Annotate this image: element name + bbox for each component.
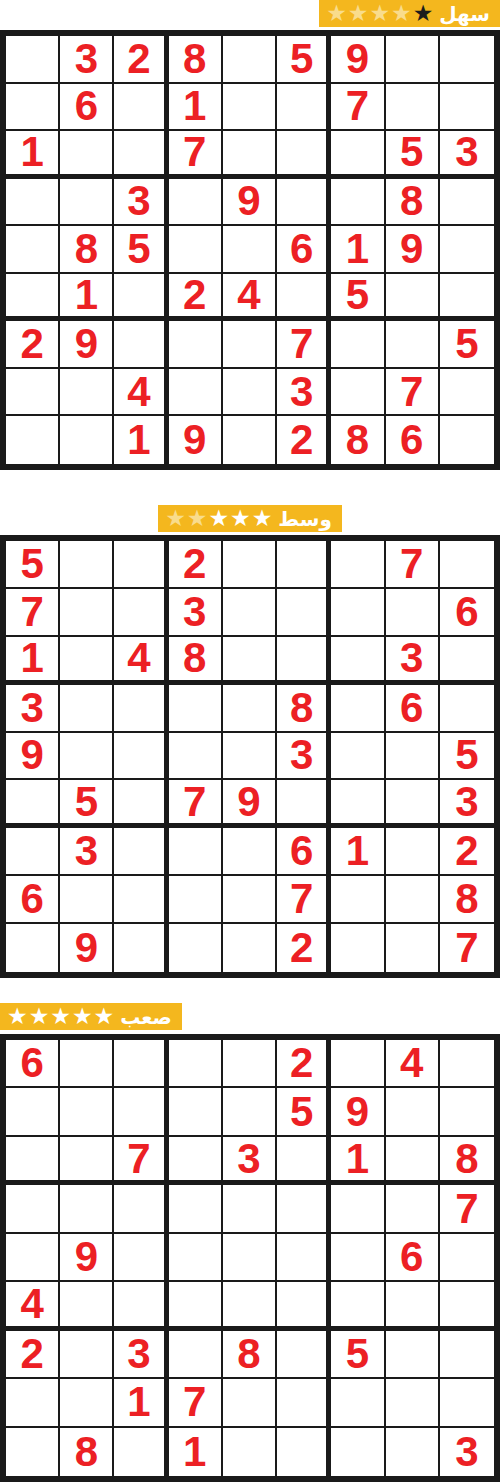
sudoku-cell-r1c2[interactable]: 3: [60, 36, 114, 84]
sudoku-cell-r2c6[interactable]: 5: [277, 1088, 331, 1136]
sudoku-cell-r5c7[interactable]: 1: [331, 226, 385, 274]
star-icon: ★: [187, 507, 208, 530]
sudoku-cell-r3c3[interactable]: 7: [114, 1137, 168, 1185]
sudoku-cell-r5c2[interactable]: 8: [60, 226, 114, 274]
sudoku-cell-r9c2[interactable]: 9: [60, 924, 114, 972]
sudoku-cell-r4c9[interactable]: 7: [440, 1185, 494, 1233]
sudoku-cell-r8c7[interactable]: [331, 369, 385, 417]
puzzle-easy: ★★★★★ سهل 328596171753398856191245297543…: [0, 0, 500, 470]
sudoku-cell-r8c5[interactable]: [223, 1379, 277, 1427]
sudoku-cell-r3c8[interactable]: [386, 1137, 440, 1185]
sudoku-cell-r5c4[interactable]: [169, 226, 223, 274]
star-icon: ★: [7, 1005, 28, 1028]
sudoku-cell-r1c5[interactable]: [223, 36, 277, 84]
star-icon: ★: [165, 507, 186, 530]
difficulty-banner-hard: ★★★★★ صعب: [0, 1003, 182, 1030]
sudoku-cell-r5c4[interactable]: [169, 1234, 223, 1282]
sudoku-cell-r8c3[interactable]: [114, 876, 168, 924]
sudoku-cell-r5c1[interactable]: [6, 226, 60, 274]
sudoku-cell-r7c9[interactable]: 2: [440, 828, 494, 876]
sudoku-cell-r9c7[interactable]: [331, 924, 385, 972]
sudoku-cell-r3c6[interactable]: [277, 1137, 331, 1185]
sudoku-cell-r3c8[interactable]: 5: [386, 131, 440, 179]
sudoku-cell-r2c5[interactable]: [223, 84, 277, 132]
difficulty-label-easy: سهل: [439, 4, 490, 24]
sudoku-cell-r2c7[interactable]: 7: [331, 84, 385, 132]
sudoku-cell-r9c2[interactable]: 8: [60, 1428, 114, 1476]
sudoku-cell-r3c4[interactable]: [169, 1137, 223, 1185]
sudoku-cell-r8c8[interactable]: 7: [386, 369, 440, 417]
sudoku-cell-r3c5[interactable]: 3: [223, 1137, 277, 1185]
sudoku-cell-r6c1[interactable]: [6, 274, 60, 322]
sudoku-cell-r6c3[interactable]: [114, 780, 168, 828]
sudoku-cell-r7c1[interactable]: 2: [6, 321, 60, 369]
sudoku-cell-r4c6[interactable]: 8: [277, 685, 331, 733]
sudoku-cell-r7c4[interactable]: [169, 828, 223, 876]
difficulty-label-medium: وسط: [278, 509, 332, 529]
sudoku-cell-r2c2[interactable]: 6: [60, 84, 114, 132]
star-rating-easy: ★★★★★: [326, 2, 433, 25]
sudoku-cell-r4c9[interactable]: [440, 179, 494, 227]
sudoku-cell-r8c7[interactable]: [331, 1379, 385, 1427]
sudoku-cell-r5c9[interactable]: 5: [440, 733, 494, 781]
sudoku-cell-r4c4[interactable]: [169, 179, 223, 227]
sudoku-cell-r3c5[interactable]: [223, 131, 277, 179]
sudoku-cell-r7c6[interactable]: [277, 1331, 331, 1379]
sudoku-cell-r2c8[interactable]: [386, 84, 440, 132]
sudoku-cell-r4c7[interactable]: [331, 1185, 385, 1233]
star-icon: ★: [369, 2, 390, 25]
sudoku-cell-r1c9[interactable]: [440, 36, 494, 84]
sudoku-cell-r3c5[interactable]: [223, 637, 277, 685]
sudoku-cell-r4c7[interactable]: [331, 179, 385, 227]
sudoku-cell-r6c6[interactable]: [277, 274, 331, 322]
sudoku-cell-r3c2[interactable]: [60, 1137, 114, 1185]
sudoku-cell-r6c8[interactable]: [386, 1282, 440, 1330]
sudoku-cell-r5c2[interactable]: [60, 733, 114, 781]
sudoku-cell-r9c1[interactable]: [6, 416, 60, 464]
sudoku-cell-r5c7[interactable]: [331, 733, 385, 781]
sudoku-cell-r8c9[interactable]: [440, 1379, 494, 1427]
sudoku-cell-r9c6[interactable]: [277, 1428, 331, 1476]
sudoku-cell-r9c4[interactable]: 9: [169, 416, 223, 464]
sudoku-cell-r5c3[interactable]: [114, 733, 168, 781]
sudoku-cell-r4c5[interactable]: [223, 1185, 277, 1233]
sudoku-cell-r9c9[interactable]: 7: [440, 924, 494, 972]
sudoku-cell-r3c2[interactable]: [60, 637, 114, 685]
sudoku-cell-r1c7[interactable]: [331, 541, 385, 589]
sudoku-cell-r4c8[interactable]: 8: [386, 179, 440, 227]
sudoku-cell-r1c1[interactable]: [6, 36, 60, 84]
sudoku-cell-r5c8[interactable]: [386, 733, 440, 781]
sudoku-cell-r4c2[interactable]: [60, 685, 114, 733]
sudoku-cell-r4c1[interactable]: [6, 179, 60, 227]
sudoku-cell-r6c9[interactable]: [440, 274, 494, 322]
sudoku-cell-r6c5[interactable]: 4: [223, 274, 277, 322]
sudoku-cell-r9c3[interactable]: 1: [114, 416, 168, 464]
sudoku-cell-r6c7[interactable]: 5: [331, 274, 385, 322]
sudoku-cell-r8c4[interactable]: [169, 369, 223, 417]
sudoku-cell-r8c2[interactable]: [60, 369, 114, 417]
sudoku-cell-r8c1[interactable]: [6, 1379, 60, 1427]
sudoku-cell-r8c5[interactable]: [223, 876, 277, 924]
sudoku-cell-r1c2[interactable]: [60, 1040, 114, 1088]
sudoku-cell-r8c1[interactable]: [6, 369, 60, 417]
sudoku-cell-r6c4[interactable]: 2: [169, 274, 223, 322]
sudoku-cell-r1c7[interactable]: 9: [331, 36, 385, 84]
star-icon: ★: [94, 1005, 115, 1028]
sudoku-cell-r6c2[interactable]: [60, 1282, 114, 1330]
sudoku-cell-r5c5[interactable]: [223, 733, 277, 781]
sudoku-cell-r3c3[interactable]: [114, 131, 168, 179]
sudoku-cell-r7c7[interactable]: 5: [331, 1331, 385, 1379]
sudoku-cell-r1c8[interactable]: 4: [386, 1040, 440, 1088]
sudoku-cell-r5c6[interactable]: 3: [277, 733, 331, 781]
sudoku-cell-r6c2[interactable]: 1: [60, 274, 114, 322]
sudoku-cell-r3c6[interactable]: [277, 637, 331, 685]
star-icon: ★: [348, 2, 369, 25]
sudoku-cell-r1c3[interactable]: [114, 1040, 168, 1088]
sudoku-cell-r7c2[interactable]: 3: [60, 828, 114, 876]
sudoku-cell-r2c9[interactable]: 6: [440, 589, 494, 637]
sudoku-cell-r8c2[interactable]: [60, 1379, 114, 1427]
sudoku-cell-r7c8[interactable]: [386, 1331, 440, 1379]
sudoku-cell-r6c7[interactable]: [331, 780, 385, 828]
sudoku-cell-r9c1[interactable]: [6, 1428, 60, 1476]
difficulty-label-hard: صعب: [120, 1007, 172, 1027]
sudoku-cell-r2c8[interactable]: [386, 589, 440, 637]
sudoku-cell-r1c1[interactable]: 5: [6, 541, 60, 589]
sudoku-cell-r7c4[interactable]: [169, 321, 223, 369]
sudoku-cell-r6c6[interactable]: [277, 780, 331, 828]
sudoku-cell-r2c3[interactable]: [114, 589, 168, 637]
sudoku-cell-r5c9[interactable]: [440, 226, 494, 274]
sudoku-cell-r5c2[interactable]: 9: [60, 1234, 114, 1282]
sudoku-cell-r1c1[interactable]: 6: [6, 1040, 60, 1088]
sudoku-cell-r4c6[interactable]: [277, 179, 331, 227]
sudoku-cell-r7c3[interactable]: [114, 321, 168, 369]
sudoku-cell-r4c8[interactable]: 6: [386, 685, 440, 733]
sudoku-cell-r9c8[interactable]: [386, 1428, 440, 1476]
sudoku-cell-r3c2[interactable]: [60, 131, 114, 179]
sudoku-cell-r6c3[interactable]: [114, 1282, 168, 1330]
sudoku-cell-r6c1[interactable]: 4: [6, 1282, 60, 1330]
sudoku-cell-r5c3[interactable]: 5: [114, 226, 168, 274]
sudoku-cell-r8c6[interactable]: [277, 1379, 331, 1427]
sudoku-cell-r9c9[interactable]: 3: [440, 1428, 494, 1476]
sudoku-cell-r4c1[interactable]: 3: [6, 685, 60, 733]
star-icon: ★: [230, 507, 251, 530]
sudoku-cell-r5c9[interactable]: [440, 1234, 494, 1282]
sudoku-cell-r1c5[interactable]: [223, 1040, 277, 1088]
sudoku-cell-r5c7[interactable]: [331, 1234, 385, 1282]
sudoku-cell-r7c8[interactable]: [386, 828, 440, 876]
sudoku-cell-r2c9[interactable]: [440, 84, 494, 132]
sudoku-cell-r5c5[interactable]: [223, 226, 277, 274]
puzzle-medium: ★★★★★ وسط 527736148338693557933612678927: [0, 505, 500, 978]
sudoku-cell-r6c4[interactable]: [169, 1282, 223, 1330]
sudoku-cell-r4c4[interactable]: [169, 1185, 223, 1233]
star-icon: ★: [413, 2, 434, 25]
sudoku-cell-r2c1[interactable]: 7: [6, 589, 60, 637]
sudoku-cell-r2c1[interactable]: [6, 1088, 60, 1136]
sudoku-cell-r5c6[interactable]: [277, 1234, 331, 1282]
sudoku-cell-r5c3[interactable]: [114, 1234, 168, 1282]
sudoku-cell-r6c8[interactable]: [386, 780, 440, 828]
sudoku-cell-r4c3[interactable]: 3: [114, 179, 168, 227]
star-icon: ★: [50, 1005, 71, 1028]
star-rating-hard: ★★★★★: [7, 1005, 114, 1028]
sudoku-cell-r8c4[interactable]: [169, 876, 223, 924]
sudoku-cell-r1c6[interactable]: [277, 541, 331, 589]
sudoku-cell-r7c9[interactable]: [440, 1331, 494, 1379]
sudoku-cell-r6c7[interactable]: [331, 1282, 385, 1330]
sudoku-cell-r8c6[interactable]: 3: [277, 369, 331, 417]
sudoku-cell-r3c1[interactable]: 1: [6, 637, 60, 685]
sudoku-cell-r8c4[interactable]: 7: [169, 1379, 223, 1427]
sudoku-cell-r5c4[interactable]: [169, 733, 223, 781]
sudoku-cell-r7c7[interactable]: 1: [331, 828, 385, 876]
sudoku-cell-r9c3[interactable]: [114, 924, 168, 972]
sudoku-cell-r2c3[interactable]: [114, 1088, 168, 1136]
sudoku-cell-r4c4[interactable]: [169, 685, 223, 733]
sudoku-cell-r7c8[interactable]: [386, 321, 440, 369]
sudoku-cell-r2c4[interactable]: 3: [169, 589, 223, 637]
sudoku-cell-r3c6[interactable]: [277, 131, 331, 179]
sudoku-cell-r9c5[interactable]: [223, 416, 277, 464]
sudoku-cell-r2c3[interactable]: [114, 84, 168, 132]
star-icon: ★: [208, 507, 229, 530]
sudoku-cell-r7c5[interactable]: 8: [223, 1331, 277, 1379]
sudoku-cell-r3c4[interactable]: 8: [169, 637, 223, 685]
sudoku-cell-r6c3[interactable]: [114, 274, 168, 322]
sudoku-cell-r9c2[interactable]: [60, 416, 114, 464]
sudoku-cell-r5c6[interactable]: 6: [277, 226, 331, 274]
sudoku-cell-r3c8[interactable]: 3: [386, 637, 440, 685]
sudoku-cell-r2c4[interactable]: 1: [169, 84, 223, 132]
sudoku-cell-r9c5[interactable]: [223, 1428, 277, 1476]
sudoku-cell-r1c8[interactable]: [386, 36, 440, 84]
sudoku-cell-r7c7[interactable]: [331, 321, 385, 369]
sudoku-board-easy: 328596171753398856191245297543719286: [0, 30, 500, 470]
sudoku-cell-r8c2[interactable]: [60, 876, 114, 924]
sudoku-cell-r6c4[interactable]: 7: [169, 780, 223, 828]
sudoku-cell-r3c7[interactable]: 1: [331, 1137, 385, 1185]
sudoku-cell-r6c8[interactable]: [386, 274, 440, 322]
star-icon: ★: [252, 507, 273, 530]
sudoku-cell-r2c6[interactable]: [277, 589, 331, 637]
banner-row-medium: ★★★★★ وسط: [0, 505, 500, 532]
sudoku-cell-r4c2[interactable]: [60, 179, 114, 227]
sudoku-cell-r7c9[interactable]: 5: [440, 321, 494, 369]
sudoku-cell-r2c2[interactable]: [60, 589, 114, 637]
sudoku-cell-r1c4[interactable]: 8: [169, 36, 223, 84]
star-rating-medium: ★★★★★: [165, 507, 272, 530]
sudoku-cell-r3c4[interactable]: 7: [169, 131, 223, 179]
sudoku-cell-r3c9[interactable]: [440, 637, 494, 685]
sudoku-cell-r2c5[interactable]: [223, 1088, 277, 1136]
sudoku-cell-r4c5[interactable]: [223, 685, 277, 733]
sudoku-cell-r3c9[interactable]: 8: [440, 1137, 494, 1185]
sudoku-cell-r2c7[interactable]: [331, 589, 385, 637]
sudoku-cell-r4c2[interactable]: [60, 1185, 114, 1233]
sudoku-cell-r4c3[interactable]: [114, 685, 168, 733]
sudoku-board-medium: 527736148338693557933612678927: [0, 535, 500, 978]
sudoku-cell-r7c2[interactable]: [60, 1331, 114, 1379]
sudoku-cell-r1c3[interactable]: [114, 541, 168, 589]
banner-row-easy: ★★★★★ سهل: [0, 0, 500, 27]
sudoku-cell-r4c5[interactable]: 9: [223, 179, 277, 227]
sudoku-cell-r2c4[interactable]: [169, 1088, 223, 1136]
difficulty-banner-easy: ★★★★★ سهل: [319, 0, 500, 27]
sudoku-cell-r8c9[interactable]: [440, 369, 494, 417]
difficulty-banner-medium: ★★★★★ وسط: [158, 505, 342, 532]
sudoku-cell-r8c3[interactable]: 1: [114, 1379, 168, 1427]
sudoku-cell-r2c8[interactable]: [386, 1088, 440, 1136]
star-icon: ★: [72, 1005, 93, 1028]
sudoku-cell-r6c5[interactable]: 9: [223, 780, 277, 828]
sudoku-cell-r5c8[interactable]: 9: [386, 226, 440, 274]
star-icon: ★: [326, 2, 347, 25]
sudoku-cell-r4c7[interactable]: [331, 685, 385, 733]
sudoku-cell-r6c9[interactable]: 3: [440, 780, 494, 828]
sudoku-cell-r9c6[interactable]: 2: [277, 924, 331, 972]
sudoku-cell-r5c8[interactable]: 6: [386, 1234, 440, 1282]
sudoku-cell-r3c7[interactable]: [331, 131, 385, 179]
sudoku-cell-r1c9[interactable]: [440, 1040, 494, 1088]
sudoku-cell-r7c3[interactable]: 3: [114, 1331, 168, 1379]
banner-row-hard: ★★★★★ صعب: [0, 1003, 500, 1030]
sudoku-cell-r6c1[interactable]: [6, 780, 60, 828]
sudoku-cell-r1c2[interactable]: [60, 541, 114, 589]
sudoku-cell-r8c8[interactable]: [386, 1379, 440, 1427]
sudoku-sheet: ★★★★★ سهل 328596171753398856191245297543…: [0, 0, 500, 1482]
sudoku-cell-r5c5[interactable]: [223, 1234, 277, 1282]
sudoku-cell-r7c3[interactable]: [114, 828, 168, 876]
sudoku-board-hard: 6245973187964238517813: [0, 1034, 500, 1482]
sudoku-cell-r7c5[interactable]: [223, 828, 277, 876]
sudoku-cell-r8c8[interactable]: [386, 876, 440, 924]
sudoku-cell-r7c1[interactable]: [6, 828, 60, 876]
sudoku-cell-r2c7[interactable]: 9: [331, 1088, 385, 1136]
sudoku-cell-r3c1[interactable]: [6, 1137, 60, 1185]
sudoku-cell-r5c1[interactable]: [6, 1234, 60, 1282]
star-icon: ★: [29, 1005, 50, 1028]
sudoku-cell-r1c6[interactable]: 2: [277, 1040, 331, 1088]
sudoku-cell-r9c7[interactable]: 8: [331, 416, 385, 464]
sudoku-cell-r9c4[interactable]: 1: [169, 1428, 223, 1476]
sudoku-cell-r8c1[interactable]: 6: [6, 876, 60, 924]
sudoku-cell-r9c5[interactable]: [223, 924, 277, 972]
sudoku-cell-r2c2[interactable]: [60, 1088, 114, 1136]
sudoku-cell-r9c7[interactable]: [331, 1428, 385, 1476]
sudoku-cell-r4c3[interactable]: [114, 1185, 168, 1233]
sudoku-cell-r9c6[interactable]: 2: [277, 416, 331, 464]
sudoku-cell-r4c9[interactable]: [440, 685, 494, 733]
sudoku-cell-r9c8[interactable]: 6: [386, 416, 440, 464]
sudoku-cell-r9c1[interactable]: [6, 924, 60, 972]
sudoku-cell-r1c9[interactable]: [440, 541, 494, 589]
sudoku-cell-r3c1[interactable]: 1: [6, 131, 60, 179]
sudoku-cell-r3c3[interactable]: 4: [114, 637, 168, 685]
sudoku-cell-r6c9[interactable]: [440, 1282, 494, 1330]
sudoku-cell-r1c4[interactable]: 2: [169, 541, 223, 589]
sudoku-cell-r3c7[interactable]: [331, 637, 385, 685]
sudoku-cell-r8c7[interactable]: [331, 876, 385, 924]
sudoku-cell-r4c6[interactable]: [277, 1185, 331, 1233]
sudoku-cell-r1c6[interactable]: 5: [277, 36, 331, 84]
sudoku-cell-r8c6[interactable]: 7: [277, 876, 331, 924]
star-icon: ★: [391, 2, 412, 25]
sudoku-cell-r9c8[interactable]: [386, 924, 440, 972]
sudoku-cell-r7c4[interactable]: [169, 1331, 223, 1379]
sudoku-cell-r1c5[interactable]: [223, 541, 277, 589]
sudoku-cell-r7c5[interactable]: [223, 321, 277, 369]
sudoku-cell-r4c8[interactable]: [386, 1185, 440, 1233]
sudoku-cell-r2c1[interactable]: [6, 84, 60, 132]
sudoku-cell-r2c5[interactable]: [223, 589, 277, 637]
sudoku-cell-r4c1[interactable]: [6, 1185, 60, 1233]
sudoku-cell-r1c4[interactable]: [169, 1040, 223, 1088]
sudoku-cell-r9c9[interactable]: [440, 416, 494, 464]
puzzle-hard: ★★★★★ صعب 6245973187964238517813: [0, 1003, 500, 1482]
sudoku-cell-r8c3[interactable]: 4: [114, 369, 168, 417]
sudoku-cell-r6c6[interactable]: [277, 1282, 331, 1330]
sudoku-cell-r2c6[interactable]: [277, 84, 331, 132]
sudoku-cell-r5c1[interactable]: 9: [6, 733, 60, 781]
sudoku-cell-r9c3[interactable]: [114, 1428, 168, 1476]
sudoku-cell-r6c2[interactable]: 5: [60, 780, 114, 828]
sudoku-cell-r7c2[interactable]: 9: [60, 321, 114, 369]
sudoku-cell-r8c9[interactable]: 8: [440, 876, 494, 924]
sudoku-cell-r1c3[interactable]: 2: [114, 36, 168, 84]
sudoku-cell-r7c6[interactable]: 6: [277, 828, 331, 876]
sudoku-cell-r2c9[interactable]: [440, 1088, 494, 1136]
sudoku-cell-r1c8[interactable]: 7: [386, 541, 440, 589]
sudoku-cell-r3c9[interactable]: 3: [440, 131, 494, 179]
sudoku-cell-r9c4[interactable]: [169, 924, 223, 972]
sudoku-cell-r8c5[interactable]: [223, 369, 277, 417]
sudoku-cell-r7c1[interactable]: 2: [6, 1331, 60, 1379]
sudoku-cell-r6c5[interactable]: [223, 1282, 277, 1330]
sudoku-cell-r7c6[interactable]: 7: [277, 321, 331, 369]
sudoku-cell-r1c7[interactable]: [331, 1040, 385, 1088]
